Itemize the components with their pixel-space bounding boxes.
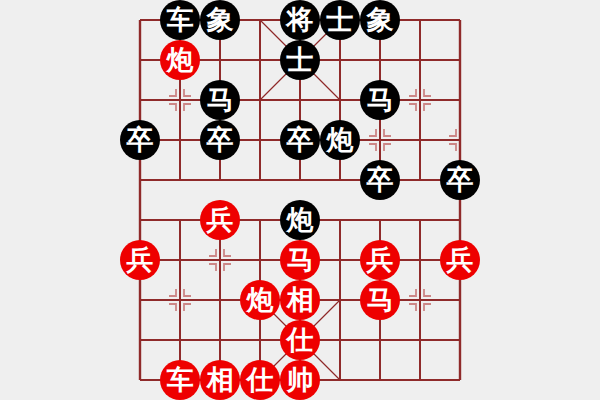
board-point[interactable] bbox=[120, 280, 160, 320]
black-advisor[interactable]: 士 bbox=[280, 40, 320, 80]
piece-glyph: 兵 bbox=[127, 246, 154, 273]
piece-glyph: 炮 bbox=[167, 46, 194, 73]
board-point[interactable]: 兵 bbox=[120, 240, 160, 280]
piece-glyph: 兵 bbox=[447, 246, 474, 273]
board-point[interactable] bbox=[240, 40, 280, 80]
board-point[interactable] bbox=[320, 200, 360, 240]
black-soldier[interactable]: 卒 bbox=[120, 120, 160, 160]
board-point[interactable]: 兵 bbox=[200, 200, 240, 240]
board-point[interactable]: 相 bbox=[200, 360, 240, 400]
red-advisor[interactable]: 仕 bbox=[240, 360, 280, 400]
board-point[interactable] bbox=[200, 240, 240, 280]
red-horse[interactable]: 马 bbox=[280, 240, 320, 280]
board-point[interactable] bbox=[440, 200, 480, 240]
board-point[interactable] bbox=[400, 0, 440, 40]
board-point[interactable] bbox=[120, 360, 160, 400]
black-soldier[interactable]: 卒 bbox=[280, 120, 320, 160]
piece-glyph: 卒 bbox=[207, 126, 234, 153]
piece-glyph: 马 bbox=[367, 86, 394, 113]
piece-glyph: 车 bbox=[167, 366, 194, 393]
board-point[interactable] bbox=[360, 320, 400, 360]
piece-glyph: 炮 bbox=[327, 126, 354, 153]
board-point[interactable] bbox=[280, 80, 320, 120]
board-point[interactable] bbox=[320, 360, 360, 400]
red-cannon[interactable]: 炮 bbox=[240, 280, 280, 320]
board-point[interactable] bbox=[400, 360, 440, 400]
board-point[interactable] bbox=[440, 80, 480, 120]
board-point[interactable]: 炮 bbox=[280, 200, 320, 240]
piece-glyph: 士 bbox=[327, 6, 354, 33]
board-point[interactable] bbox=[320, 160, 360, 200]
piece-glyph: 马 bbox=[287, 246, 314, 273]
board-point[interactable]: 马 bbox=[200, 80, 240, 120]
board-point[interactable] bbox=[240, 200, 280, 240]
board-point[interactable] bbox=[160, 320, 200, 360]
xiangqi-screenshot: 车象将士象炮士马马卒卒卒炮卒卒兵炮兵马兵兵炮相马仕车相仕帅 bbox=[0, 0, 600, 400]
piece-glyph: 卒 bbox=[127, 126, 154, 153]
board-point[interactable] bbox=[400, 120, 440, 160]
board-point[interactable] bbox=[400, 160, 440, 200]
board-point[interactable] bbox=[160, 240, 200, 280]
black-horse[interactable]: 马 bbox=[200, 80, 240, 120]
piece-glyph: 卒 bbox=[367, 166, 394, 193]
piece-glyph: 车 bbox=[167, 6, 194, 33]
red-advisor[interactable]: 仕 bbox=[280, 320, 320, 360]
board-point[interactable] bbox=[320, 40, 360, 80]
piece-glyph: 炮 bbox=[287, 206, 314, 233]
board-point[interactable] bbox=[160, 160, 200, 200]
xiangqi-board: 车象将士象炮士马马卒卒卒炮卒卒兵炮兵马兵兵炮相马仕车相仕帅 bbox=[120, 0, 480, 400]
board-point[interactable] bbox=[160, 120, 200, 160]
board-point[interactable]: 士 bbox=[280, 40, 320, 80]
board-grid: 车象将士象炮士马马卒卒卒炮卒卒兵炮兵马兵兵炮相马仕车相仕帅 bbox=[120, 0, 480, 400]
board-point[interactable]: 炮 bbox=[160, 40, 200, 80]
piece-glyph: 象 bbox=[207, 6, 234, 33]
piece-glyph: 象 bbox=[367, 6, 394, 33]
red-soldier[interactable]: 兵 bbox=[200, 200, 240, 240]
board-point[interactable] bbox=[240, 0, 280, 40]
board-point[interactable]: 兵 bbox=[440, 240, 480, 280]
piece-glyph: 兵 bbox=[207, 206, 234, 233]
board-point[interactable] bbox=[240, 120, 280, 160]
board-point[interactable] bbox=[240, 320, 280, 360]
red-chariot[interactable]: 车 bbox=[160, 360, 200, 400]
red-soldier[interactable]: 兵 bbox=[360, 240, 400, 280]
board-point[interactable]: 车 bbox=[160, 360, 200, 400]
board-point[interactable] bbox=[400, 280, 440, 320]
board-point[interactable] bbox=[240, 160, 280, 200]
piece-glyph: 士 bbox=[287, 46, 314, 73]
red-elephant[interactable]: 相 bbox=[200, 360, 240, 400]
board-point[interactable] bbox=[400, 200, 440, 240]
red-cannon[interactable]: 炮 bbox=[160, 40, 200, 80]
piece-glyph: 相 bbox=[287, 286, 314, 313]
board-point[interactable] bbox=[240, 80, 280, 120]
board-point[interactable]: 卒 bbox=[280, 120, 320, 160]
piece-glyph: 仕 bbox=[287, 326, 314, 353]
board-point[interactable] bbox=[440, 360, 480, 400]
piece-glyph: 卒 bbox=[287, 126, 314, 153]
piece-glyph: 将 bbox=[287, 6, 314, 33]
board-point[interactable] bbox=[200, 160, 240, 200]
board-point[interactable]: 马 bbox=[360, 80, 400, 120]
black-soldier[interactable]: 卒 bbox=[360, 160, 400, 200]
board-point[interactable]: 马 bbox=[360, 280, 400, 320]
board-point[interactable] bbox=[120, 0, 160, 40]
piece-glyph: 马 bbox=[367, 286, 394, 313]
board-point[interactable] bbox=[120, 160, 160, 200]
board-point[interactable] bbox=[320, 280, 360, 320]
piece-glyph: 马 bbox=[207, 86, 234, 113]
board-point[interactable] bbox=[240, 240, 280, 280]
board-point[interactable]: 卒 bbox=[360, 160, 400, 200]
piece-glyph: 卒 bbox=[447, 166, 474, 193]
board-point[interactable] bbox=[360, 200, 400, 240]
board-point[interactable] bbox=[400, 320, 440, 360]
board-point[interactable]: 卒 bbox=[440, 160, 480, 200]
board-point[interactable] bbox=[160, 280, 200, 320]
black-soldier[interactable]: 卒 bbox=[440, 160, 480, 200]
black-chariot[interactable]: 车 bbox=[160, 0, 200, 40]
red-elephant[interactable]: 相 bbox=[280, 280, 320, 320]
board-point[interactable]: 象 bbox=[360, 0, 400, 40]
board-point[interactable]: 帅 bbox=[280, 360, 320, 400]
black-soldier[interactable]: 卒 bbox=[200, 120, 240, 160]
board-point[interactable]: 象 bbox=[200, 0, 240, 40]
red-soldier[interactable]: 兵 bbox=[440, 240, 480, 280]
board-point[interactable]: 炮 bbox=[320, 120, 360, 160]
black-horse[interactable]: 马 bbox=[360, 80, 400, 120]
board-point[interactable] bbox=[120, 320, 160, 360]
board-point[interactable] bbox=[200, 280, 240, 320]
board-point[interactable] bbox=[320, 240, 360, 280]
piece-glyph: 炮 bbox=[247, 286, 274, 313]
board-point[interactable]: 相 bbox=[280, 280, 320, 320]
board-point[interactable] bbox=[120, 200, 160, 240]
board-point[interactable] bbox=[320, 320, 360, 360]
black-cannon[interactable]: 炮 bbox=[280, 200, 320, 240]
board-point[interactable] bbox=[440, 280, 480, 320]
board-point[interactable]: 兵 bbox=[360, 240, 400, 280]
board-point[interactable]: 卒 bbox=[120, 120, 160, 160]
board-point[interactable] bbox=[440, 0, 480, 40]
board-point[interactable] bbox=[160, 200, 200, 240]
board-point[interactable]: 马 bbox=[280, 240, 320, 280]
board-point[interactable]: 卒 bbox=[200, 120, 240, 160]
board-point[interactable] bbox=[320, 80, 360, 120]
board-point[interactable] bbox=[200, 40, 240, 80]
board-point[interactable]: 士 bbox=[320, 0, 360, 40]
piece-glyph: 仕 bbox=[247, 366, 274, 393]
piece-glyph: 兵 bbox=[367, 246, 394, 273]
black-elephant[interactable]: 象 bbox=[200, 0, 240, 40]
board-point[interactable] bbox=[160, 80, 200, 120]
black-elephant[interactable]: 象 bbox=[360, 0, 400, 40]
board-point[interactable] bbox=[200, 320, 240, 360]
board-point[interactable] bbox=[400, 240, 440, 280]
board-point[interactable]: 仕 bbox=[280, 320, 320, 360]
board-point[interactable] bbox=[360, 120, 400, 160]
black-cannon[interactable]: 炮 bbox=[320, 120, 360, 160]
board-point[interactable] bbox=[360, 40, 400, 80]
red-horse[interactable]: 马 bbox=[360, 280, 400, 320]
board-point[interactable] bbox=[440, 320, 480, 360]
piece-glyph: 帅 bbox=[287, 366, 314, 393]
board-point[interactable]: 炮 bbox=[240, 280, 280, 320]
black-general[interactable]: 将 bbox=[280, 0, 320, 40]
board-point[interactable] bbox=[360, 360, 400, 400]
board-point[interactable]: 车 bbox=[160, 0, 200, 40]
board-point[interactable]: 将 bbox=[280, 0, 320, 40]
red-soldier[interactable]: 兵 bbox=[120, 240, 160, 280]
board-point[interactable] bbox=[400, 80, 440, 120]
board-point[interactable] bbox=[120, 40, 160, 80]
piece-glyph: 相 bbox=[207, 366, 234, 393]
red-general[interactable]: 帅 bbox=[280, 360, 320, 400]
black-advisor[interactable]: 士 bbox=[320, 0, 360, 40]
board-point[interactable] bbox=[440, 40, 480, 80]
board-point[interactable]: 仕 bbox=[240, 360, 280, 400]
board-point[interactable] bbox=[280, 160, 320, 200]
board-point[interactable] bbox=[400, 40, 440, 80]
board-point[interactable] bbox=[440, 120, 480, 160]
board-point[interactable] bbox=[120, 80, 160, 120]
